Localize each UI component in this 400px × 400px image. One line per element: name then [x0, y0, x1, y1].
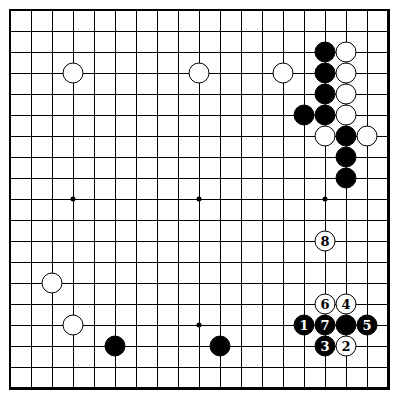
- grid-cell: [241, 178, 262, 199]
- grid-cell: [346, 367, 367, 388]
- grid-cell: [199, 220, 220, 241]
- grid-cell: [157, 283, 178, 304]
- grid-cell: [283, 367, 304, 388]
- grid-cell: [220, 52, 241, 73]
- stone-number: 1: [299, 319, 308, 332]
- grid-cell: [115, 283, 136, 304]
- grid-cell: [94, 220, 115, 241]
- grid-cell: [10, 325, 31, 346]
- stone-number: 4: [341, 298, 350, 311]
- grid-cell: [199, 304, 220, 325]
- grid-cell: [73, 367, 94, 388]
- grid-cell: [115, 199, 136, 220]
- grid-cell: [10, 157, 31, 178]
- grid-cell: [136, 367, 157, 388]
- grid-cell: [220, 157, 241, 178]
- grid-cell: [10, 94, 31, 115]
- grid-cell: [115, 241, 136, 262]
- grid-cell: [199, 367, 220, 388]
- grid-cell: [52, 10, 73, 31]
- grid-cell: [73, 178, 94, 199]
- stone-move-6: 6: [315, 294, 336, 315]
- grid-cell: [94, 262, 115, 283]
- grid-cell: [241, 115, 262, 136]
- grid-cell: [136, 94, 157, 115]
- grid-cell: [136, 241, 157, 262]
- grid-cell: [157, 136, 178, 157]
- grid-cell: [241, 199, 262, 220]
- black-stone: [105, 336, 126, 357]
- grid-cell: [10, 241, 31, 262]
- grid-cell: [220, 10, 241, 31]
- grid-cell: [73, 136, 94, 157]
- black-stone: [336, 126, 357, 147]
- grid-cell: [367, 52, 388, 73]
- grid-cell: [262, 199, 283, 220]
- grid-cell: [115, 178, 136, 199]
- grid-cell: [178, 283, 199, 304]
- grid-cell: [10, 304, 31, 325]
- grid-cell: [220, 73, 241, 94]
- grid-cell: [367, 178, 388, 199]
- grid-cell: [178, 10, 199, 31]
- grid-cell: [367, 157, 388, 178]
- grid-cell: [220, 304, 241, 325]
- grid-cell: [94, 199, 115, 220]
- grid-cell: [157, 73, 178, 94]
- grid-cell: [283, 31, 304, 52]
- grid-cell: [220, 241, 241, 262]
- grid-cell: [367, 262, 388, 283]
- grid-cell: [367, 283, 388, 304]
- grid-cell: [262, 157, 283, 178]
- stone-move-2: 2: [336, 336, 357, 357]
- stone-number: 7: [320, 319, 329, 332]
- grid-cell: [157, 178, 178, 199]
- grid-cell: [262, 31, 283, 52]
- grid-cell: [157, 10, 178, 31]
- stone-number: 2: [341, 340, 350, 353]
- grid-cell: [94, 31, 115, 52]
- stone-move-1: 1: [294, 315, 315, 336]
- white-stone: [336, 42, 357, 63]
- grid-cell: [52, 220, 73, 241]
- grid-cell: [346, 262, 367, 283]
- grid-cell: [31, 73, 52, 94]
- grid-cell: [367, 220, 388, 241]
- grid-cell: [115, 10, 136, 31]
- grid-cell: [94, 52, 115, 73]
- grid-cell: [31, 31, 52, 52]
- grid-cell: [346, 199, 367, 220]
- grid-cell: [94, 241, 115, 262]
- grid-cell: [178, 199, 199, 220]
- grid-cell: [283, 199, 304, 220]
- grid-cell: [136, 52, 157, 73]
- grid-cell: [10, 199, 31, 220]
- grid-cell: [10, 73, 31, 94]
- grid-cell: [136, 178, 157, 199]
- grid-cell: [115, 73, 136, 94]
- grid-cell: [94, 10, 115, 31]
- grid-cell: [157, 157, 178, 178]
- grid-cell: [157, 241, 178, 262]
- grid-cell: [73, 283, 94, 304]
- grid-cell: [178, 346, 199, 367]
- grid-cell: [220, 199, 241, 220]
- grid-cell: [115, 304, 136, 325]
- grid-cell: [325, 262, 346, 283]
- grid-cell: [199, 283, 220, 304]
- grid-cell: [52, 136, 73, 157]
- white-stone: [63, 315, 84, 336]
- grid-cell: [178, 262, 199, 283]
- grid-cell: [220, 262, 241, 283]
- grid-cell: [94, 367, 115, 388]
- grid-cell: [199, 94, 220, 115]
- grid-cell: [31, 115, 52, 136]
- grid-cell: [73, 220, 94, 241]
- grid-cell: [199, 31, 220, 52]
- grid-cell: [262, 325, 283, 346]
- grid-cell: [10, 115, 31, 136]
- grid-cell: [199, 157, 220, 178]
- grid-cell: [262, 10, 283, 31]
- grid-cell: [241, 10, 262, 31]
- grid-cell: [94, 157, 115, 178]
- grid-cell: [94, 73, 115, 94]
- grid-cell: [52, 199, 73, 220]
- grid-cell: [325, 367, 346, 388]
- grid-cell: [262, 283, 283, 304]
- grid-cell: [115, 136, 136, 157]
- grid-cell: [31, 136, 52, 157]
- grid-cell: [157, 346, 178, 367]
- grid-cell: [178, 115, 199, 136]
- grid-cell: [157, 199, 178, 220]
- grid-cell: [10, 367, 31, 388]
- black-stone: [294, 105, 315, 126]
- white-stone: [189, 63, 210, 84]
- grid-cell: [178, 136, 199, 157]
- grid-cell: [52, 94, 73, 115]
- grid-cell: [241, 325, 262, 346]
- grid-cell: [94, 115, 115, 136]
- grid-cell: [304, 367, 325, 388]
- white-stone: [273, 63, 294, 84]
- grid-cell: [10, 31, 31, 52]
- grid-cell: [220, 94, 241, 115]
- grid-cell: [178, 367, 199, 388]
- grid-cell: [73, 262, 94, 283]
- grid-cell: [94, 304, 115, 325]
- grid-cell: [178, 94, 199, 115]
- grid-cell: [220, 367, 241, 388]
- grid-cell: [283, 262, 304, 283]
- black-stone: [315, 105, 336, 126]
- grid-cell: [73, 94, 94, 115]
- go-board: 86417532: [0, 0, 400, 400]
- grid-cell: [52, 31, 73, 52]
- grid-cell: [136, 346, 157, 367]
- grid-cell: [283, 283, 304, 304]
- grid-cell: [10, 136, 31, 157]
- grid-cell: [283, 346, 304, 367]
- grid-cell: [136, 325, 157, 346]
- stone-number: 3: [320, 340, 329, 353]
- grid-cell: [136, 157, 157, 178]
- grid-cell: [136, 199, 157, 220]
- grid-cell: [220, 136, 241, 157]
- black-stone: [315, 42, 336, 63]
- grid-cell: [52, 178, 73, 199]
- grid-cell: [304, 10, 325, 31]
- grid-cell: [52, 241, 73, 262]
- star-point: [323, 197, 328, 202]
- grid-cell: [220, 31, 241, 52]
- grid-cell: [367, 241, 388, 262]
- black-stone: [315, 84, 336, 105]
- grid-cell: [262, 262, 283, 283]
- stone-move-8: 8: [315, 231, 336, 252]
- grid-cell: [304, 178, 325, 199]
- grid-cell: [241, 52, 262, 73]
- grid-cell: [94, 136, 115, 157]
- grid-cell: [115, 52, 136, 73]
- grid-cell: [136, 304, 157, 325]
- grid-cell: [73, 115, 94, 136]
- grid-cell: [262, 220, 283, 241]
- grid-cell: [199, 136, 220, 157]
- grid-cell: [367, 73, 388, 94]
- grid-cell: [136, 283, 157, 304]
- grid-cell: [241, 304, 262, 325]
- white-stone: [336, 105, 357, 126]
- grid-cell: [199, 241, 220, 262]
- grid-cell: [115, 94, 136, 115]
- grid-cell: [136, 31, 157, 52]
- white-stone: [336, 84, 357, 105]
- grid-cell: [199, 178, 220, 199]
- grid-cell: [304, 199, 325, 220]
- grid-cell: [241, 283, 262, 304]
- grid-cell: [73, 346, 94, 367]
- grid-cell: [367, 10, 388, 31]
- grid-cell: [31, 178, 52, 199]
- grid-cell: [31, 241, 52, 262]
- grid-cell: [52, 367, 73, 388]
- stone-move-4: 4: [336, 294, 357, 315]
- grid-cell: [157, 220, 178, 241]
- grid-cell: [115, 157, 136, 178]
- black-stone: [336, 315, 357, 336]
- grid-cell: [157, 52, 178, 73]
- black-stone: [210, 336, 231, 357]
- grid-cell: [367, 94, 388, 115]
- grid-cell: [346, 10, 367, 31]
- grid-cell: [241, 220, 262, 241]
- grid-cell: [31, 325, 52, 346]
- grid-cell: [262, 304, 283, 325]
- black-stone: [336, 147, 357, 168]
- star-point: [197, 197, 202, 202]
- grid-cell: [52, 115, 73, 136]
- grid-cell: [283, 220, 304, 241]
- grid-cell: [10, 10, 31, 31]
- grid-cell: [52, 157, 73, 178]
- grid-cell: [283, 10, 304, 31]
- grid-cell: [346, 220, 367, 241]
- grid-cell: [346, 241, 367, 262]
- grid-cell: [136, 73, 157, 94]
- grid-cell: [178, 157, 199, 178]
- grid-cell: [241, 367, 262, 388]
- grid-cell: [136, 262, 157, 283]
- grid-cell: [31, 367, 52, 388]
- grid-cell: [31, 199, 52, 220]
- grid-cell: [31, 346, 52, 367]
- grid-cell: [10, 262, 31, 283]
- grid-cell: [10, 178, 31, 199]
- grid-cell: [136, 115, 157, 136]
- grid-cell: [241, 241, 262, 262]
- white-stone: [357, 126, 378, 147]
- grid-cell: [220, 283, 241, 304]
- grid-cell: [136, 136, 157, 157]
- grid-cell: [178, 241, 199, 262]
- grid-cell: [241, 262, 262, 283]
- grid-cell: [31, 52, 52, 73]
- grid-cell: [241, 157, 262, 178]
- white-stone: [315, 126, 336, 147]
- grid-cell: [262, 136, 283, 157]
- grid-cell: [199, 115, 220, 136]
- stone-number: 8: [320, 235, 329, 248]
- grid-cell: [262, 346, 283, 367]
- grid-cell: [73, 241, 94, 262]
- grid-cell: [262, 241, 283, 262]
- grid-cell: [115, 262, 136, 283]
- grid-cell: [73, 31, 94, 52]
- stone-move-3: 3: [315, 336, 336, 357]
- grid-cell: [262, 178, 283, 199]
- grid-cell: [157, 115, 178, 136]
- grid-cell: [283, 157, 304, 178]
- grid-cell: [262, 367, 283, 388]
- grid-cell: [220, 178, 241, 199]
- grid-cell: [157, 304, 178, 325]
- star-point: [71, 197, 76, 202]
- grid-cell: [283, 136, 304, 157]
- grid-cell: [31, 94, 52, 115]
- star-point: [197, 323, 202, 328]
- grid-cell: [157, 31, 178, 52]
- grid-cell: [157, 367, 178, 388]
- grid-cell: [115, 31, 136, 52]
- grid-cell: [283, 241, 304, 262]
- grid-cell: [178, 325, 199, 346]
- grid-cell: [199, 262, 220, 283]
- grid-cell: [304, 262, 325, 283]
- grid-cell: [220, 115, 241, 136]
- grid-cell: [262, 115, 283, 136]
- grid-cell: [283, 178, 304, 199]
- grid-cell: [178, 220, 199, 241]
- grid-cell: [325, 199, 346, 220]
- stone-move-7: 7: [315, 315, 336, 336]
- grid-cell: [31, 304, 52, 325]
- white-stone: [63, 63, 84, 84]
- grid-cell: [367, 31, 388, 52]
- grid-cell: [178, 304, 199, 325]
- grid-cell: [241, 73, 262, 94]
- grid-cell: [94, 283, 115, 304]
- grid-cell: [157, 262, 178, 283]
- grid-cell: [262, 94, 283, 115]
- grid-cell: [367, 346, 388, 367]
- black-stone: [315, 63, 336, 84]
- grid-cell: [220, 220, 241, 241]
- grid-cell: [31, 10, 52, 31]
- stone-number: 6: [320, 298, 329, 311]
- grid-cell: [31, 157, 52, 178]
- grid-cell: [157, 325, 178, 346]
- grid-cell: [304, 157, 325, 178]
- grid-cell: [241, 136, 262, 157]
- grid-cell: [52, 346, 73, 367]
- white-stone: [42, 273, 63, 294]
- grid-cell: [73, 199, 94, 220]
- grid-cell: [10, 52, 31, 73]
- grid-cell: [178, 31, 199, 52]
- grid-cell: [199, 199, 220, 220]
- black-stone: [336, 168, 357, 189]
- grid-cell: [10, 346, 31, 367]
- grid-cell: [199, 10, 220, 31]
- grid-cell: [10, 283, 31, 304]
- grid-cell: [115, 367, 136, 388]
- grid-cell: [136, 10, 157, 31]
- grid-cell: [73, 157, 94, 178]
- grid-cell: [367, 199, 388, 220]
- grid-cell: [241, 31, 262, 52]
- grid-cell: [157, 94, 178, 115]
- stone-move-5: 5: [357, 315, 378, 336]
- grid-cell: [367, 367, 388, 388]
- grid-cell: [115, 115, 136, 136]
- grid-cell: [178, 178, 199, 199]
- grid-cell: [10, 220, 31, 241]
- grid-cell: [94, 94, 115, 115]
- grid-cell: [136, 220, 157, 241]
- white-stone: [336, 63, 357, 84]
- grid-cell: [241, 94, 262, 115]
- grid-cell: [115, 220, 136, 241]
- grid-cell: [94, 178, 115, 199]
- grid-cell: [325, 10, 346, 31]
- grid-cell: [241, 346, 262, 367]
- grid-cell: [73, 10, 94, 31]
- stone-number: 5: [362, 319, 371, 332]
- grid-cell: [31, 220, 52, 241]
